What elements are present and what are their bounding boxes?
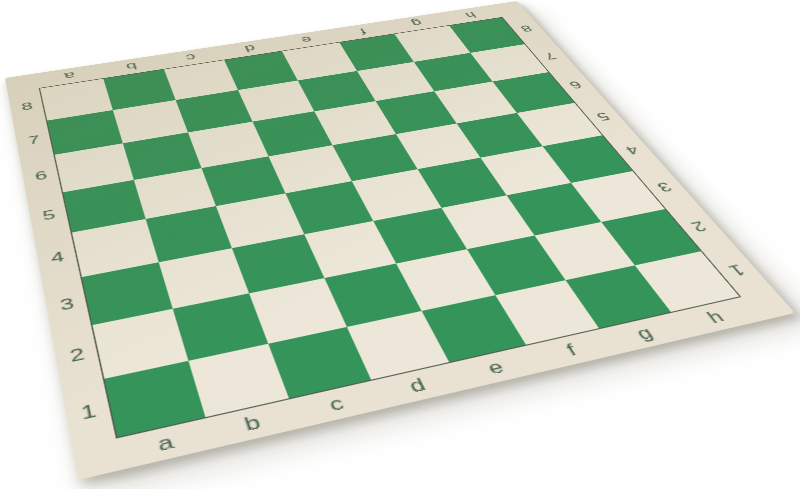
- photo-canvas: abcdefgh abcdefgh 87654321 87654321: [0, 0, 800, 489]
- rank-left-label-7: 7: [14, 120, 55, 160]
- chess-board: abcdefgh abcdefgh 87654321 87654321: [5, 1, 795, 480]
- vinyl-mat: abcdefgh abcdefgh 87654321 87654321: [5, 1, 795, 480]
- rank-left-label-8: 8: [8, 88, 47, 125]
- board-grid: [40, 18, 739, 438]
